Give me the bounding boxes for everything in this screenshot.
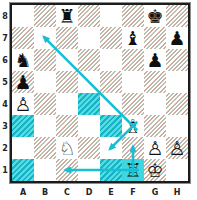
piece-black-rook[interactable]: ♜ <box>56 5 78 27</box>
rank-label-5: 5 <box>0 71 10 93</box>
square-f7[interactable]: ♝ <box>122 27 144 49</box>
square-a7[interactable] <box>12 27 34 49</box>
piece-black-bishop[interactable]: ♝ <box>122 27 144 49</box>
square-h7[interactable]: ♟ <box>166 27 188 49</box>
square-h8[interactable] <box>166 5 188 27</box>
square-g2[interactable]: ♙ <box>144 137 166 159</box>
square-b7[interactable] <box>34 27 56 49</box>
piece-white-knight[interactable]: ♘ <box>56 137 78 159</box>
square-b2[interactable] <box>34 137 56 159</box>
square-e8[interactable] <box>100 5 122 27</box>
square-b1[interactable] <box>34 159 56 181</box>
file-label-a: A <box>12 186 34 198</box>
square-h5[interactable] <box>166 71 188 93</box>
square-d5[interactable] <box>78 71 100 93</box>
square-d7[interactable] <box>78 27 100 49</box>
square-b3[interactable] <box>34 115 56 137</box>
square-h4[interactable] <box>166 93 188 115</box>
square-f6[interactable] <box>122 49 144 71</box>
piece-black-king[interactable]: ♚ <box>144 5 166 27</box>
square-c5[interactable] <box>56 71 78 93</box>
square-f2[interactable] <box>122 137 144 159</box>
square-e3[interactable] <box>100 115 122 137</box>
square-d2[interactable] <box>78 137 100 159</box>
file-label-g: G <box>144 186 166 198</box>
piece-black-knight[interactable]: ♞ <box>12 49 34 71</box>
square-f1[interactable]: ♖ <box>122 159 144 181</box>
piece-white-rook[interactable]: ♖ <box>122 159 144 181</box>
square-d8[interactable] <box>78 5 100 27</box>
rank-label-1: 1 <box>0 159 10 181</box>
square-b5[interactable] <box>34 71 56 93</box>
chess-diagram: 87654321 ♜♚♝♟♞♟♟♙♗♘♙♙♖♔ ABCDEFGH <box>0 0 197 200</box>
file-labels: ABCDEFGH <box>12 186 188 198</box>
square-g7[interactable] <box>144 27 166 49</box>
file-label-b: B <box>34 186 56 198</box>
file-label-h: H <box>166 186 188 198</box>
piece-black-pawn[interactable]: ♟ <box>166 27 188 49</box>
square-c4[interactable] <box>56 93 78 115</box>
square-b4[interactable] <box>34 93 56 115</box>
square-f8[interactable] <box>122 5 144 27</box>
piece-black-pawn[interactable]: ♟ <box>144 49 166 71</box>
file-label-c: C <box>56 186 78 198</box>
piece-white-pawn[interactable]: ♙ <box>166 137 188 159</box>
square-e7[interactable] <box>100 27 122 49</box>
rank-label-3: 3 <box>0 115 10 137</box>
square-h1[interactable] <box>166 159 188 181</box>
rank-label-4: 4 <box>0 93 10 115</box>
piece-white-bishop[interactable]: ♗ <box>122 115 144 137</box>
square-d1[interactable] <box>78 159 100 181</box>
square-f4[interactable] <box>122 93 144 115</box>
square-c6[interactable] <box>56 49 78 71</box>
square-a3[interactable] <box>12 115 34 137</box>
file-label-e: E <box>100 186 122 198</box>
rank-label-2: 2 <box>0 137 10 159</box>
square-g5[interactable] <box>144 71 166 93</box>
square-e2[interactable] <box>100 137 122 159</box>
square-c2[interactable]: ♘ <box>56 137 78 159</box>
square-a5[interactable]: ♟ <box>12 71 34 93</box>
square-f3[interactable]: ♗ <box>122 115 144 137</box>
rank-label-7: 7 <box>0 27 10 49</box>
square-a4[interactable]: ♙ <box>12 93 34 115</box>
square-a8[interactable] <box>12 5 34 27</box>
rank-label-6: 6 <box>0 49 10 71</box>
square-g6[interactable]: ♟ <box>144 49 166 71</box>
square-d4[interactable] <box>78 93 100 115</box>
square-g4[interactable] <box>144 93 166 115</box>
square-b8[interactable] <box>34 5 56 27</box>
chessboard: ♜♚♝♟♞♟♟♙♗♘♙♙♖♔ <box>10 3 190 183</box>
board-grid: ♜♚♝♟♞♟♟♙♗♘♙♙♖♔ <box>12 5 188 181</box>
square-g3[interactable] <box>144 115 166 137</box>
square-h2[interactable]: ♙ <box>166 137 188 159</box>
file-label-f: F <box>122 186 144 198</box>
square-a6[interactable]: ♞ <box>12 49 34 71</box>
square-a1[interactable] <box>12 159 34 181</box>
square-e5[interactable] <box>100 71 122 93</box>
square-g1[interactable]: ♔ <box>144 159 166 181</box>
square-e1[interactable] <box>100 159 122 181</box>
rank-label-8: 8 <box>0 5 10 27</box>
square-g8[interactable]: ♚ <box>144 5 166 27</box>
square-e4[interactable] <box>100 93 122 115</box>
square-h6[interactable] <box>166 49 188 71</box>
square-c3[interactable] <box>56 115 78 137</box>
rank-labels: 87654321 <box>0 5 10 181</box>
square-a2[interactable] <box>12 137 34 159</box>
square-e6[interactable] <box>100 49 122 71</box>
piece-white-king[interactable]: ♔ <box>144 159 166 181</box>
file-label-d: D <box>78 186 100 198</box>
square-c1[interactable] <box>56 159 78 181</box>
square-d6[interactable] <box>78 49 100 71</box>
square-d3[interactable] <box>78 115 100 137</box>
square-b6[interactable] <box>34 49 56 71</box>
piece-black-pawn[interactable]: ♟ <box>12 71 34 93</box>
piece-white-pawn[interactable]: ♙ <box>144 137 166 159</box>
piece-white-pawn[interactable]: ♙ <box>12 93 34 115</box>
square-h3[interactable] <box>166 115 188 137</box>
square-c7[interactable] <box>56 27 78 49</box>
square-f5[interactable] <box>122 71 144 93</box>
square-c8[interactable]: ♜ <box>56 5 78 27</box>
